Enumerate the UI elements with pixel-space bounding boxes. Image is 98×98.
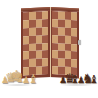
chess-set-product-photo: ♟ ♛ ♚ ♝ ♟ ♝ ♟ ♛ ♝ ♟ ♞ ♝ <box>0 0 98 98</box>
board-right-half <box>50 7 79 79</box>
folding-chess-board <box>21 7 79 77</box>
board-hinge-seam <box>50 7 51 77</box>
board-left-face <box>21 10 50 79</box>
checkerboard-left <box>23 11 48 75</box>
white-bishop: ♝ <box>28 73 39 85</box>
board-left-half <box>21 7 50 79</box>
black-bishop: ♝ <box>89 74 98 85</box>
board-right-face <box>50 10 79 79</box>
checkerboard-right <box>52 11 77 75</box>
board-square <box>42 66 48 74</box>
brass-clasp <box>78 40 81 45</box>
